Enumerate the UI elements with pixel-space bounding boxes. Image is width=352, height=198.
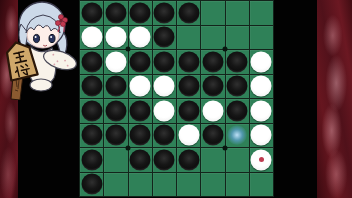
board-cell-g3[interactable]	[226, 50, 249, 74]
board-cell-f3[interactable]	[201, 50, 224, 74]
white-disc	[251, 76, 272, 97]
black-disc	[178, 100, 199, 121]
board-cell-a7[interactable]	[80, 148, 103, 172]
board-cell-g5[interactable]	[226, 99, 249, 123]
board-cell-h3[interactable]	[250, 50, 273, 74]
board-cell-d6[interactable]	[153, 124, 176, 148]
white-disc	[81, 27, 102, 48]
board-cell-e8[interactable]	[177, 173, 200, 197]
board-cell-h1[interactable]	[250, 1, 273, 25]
board-cell-a2[interactable]	[80, 26, 103, 50]
board-cell-f4[interactable]	[201, 75, 224, 99]
board-cell-f2[interactable]	[201, 26, 224, 50]
black-disc	[81, 76, 102, 97]
white-disc	[202, 100, 223, 121]
board-cell-b2[interactable]	[104, 26, 127, 50]
board-cell-g6[interactable]	[226, 124, 249, 148]
black-disc	[178, 2, 199, 23]
board-cell-c2[interactable]	[129, 26, 152, 50]
board-cell-e3[interactable]	[177, 50, 200, 74]
white-disc	[251, 100, 272, 121]
board-cell-d8[interactable]	[153, 173, 176, 197]
game-screen: 王将	[0, 0, 352, 198]
white-disc	[130, 27, 151, 48]
black-disc	[227, 76, 248, 97]
black-disc	[154, 51, 175, 72]
board-cell-a8[interactable]	[80, 173, 103, 197]
black-disc	[178, 51, 199, 72]
board-cell-d7[interactable]	[153, 148, 176, 172]
star-point	[125, 47, 130, 52]
black-disc	[130, 2, 151, 23]
last-move-marker	[259, 157, 264, 162]
board-cell-h5[interactable]	[250, 99, 273, 123]
board-cell-d4[interactable]	[153, 75, 176, 99]
board-cell-a1[interactable]	[80, 1, 103, 25]
board-cell-f7[interactable]	[201, 148, 224, 172]
black-disc	[81, 100, 102, 121]
board-cell-c8[interactable]	[129, 173, 152, 197]
board-cell-b8[interactable]	[104, 173, 127, 197]
black-disc	[154, 125, 175, 146]
board-cell-a3[interactable]	[80, 50, 103, 74]
star-point	[125, 145, 130, 150]
board-cell-b5[interactable]	[104, 99, 127, 123]
board-cell-e2[interactable]	[177, 26, 200, 50]
board-cell-c1[interactable]	[129, 1, 152, 25]
board-cell-b7[interactable]	[104, 148, 127, 172]
board-cell-e4[interactable]	[177, 75, 200, 99]
board-cell-b3[interactable]	[104, 50, 127, 74]
board-cell-a4[interactable]	[80, 75, 103, 99]
board-cell-c5[interactable]	[129, 99, 152, 123]
black-disc	[105, 2, 126, 23]
board-cell-d1[interactable]	[153, 1, 176, 25]
black-disc	[105, 125, 126, 146]
board-cell-g7[interactable]	[226, 148, 249, 172]
mascot-character	[0, 0, 80, 100]
white-disc	[154, 76, 175, 97]
board-cell-f6[interactable]	[201, 124, 224, 148]
black-disc	[81, 149, 102, 170]
black-disc	[105, 100, 126, 121]
board-cell-h8[interactable]	[250, 173, 273, 197]
board-cell-g4[interactable]	[226, 75, 249, 99]
star-point	[223, 145, 228, 150]
board-cell-a5[interactable]	[80, 99, 103, 123]
black-disc	[130, 149, 151, 170]
board-cell-f8[interactable]	[201, 173, 224, 197]
black-disc	[202, 51, 223, 72]
board-cell-g8[interactable]	[226, 173, 249, 197]
board-cell-b4[interactable]	[104, 75, 127, 99]
black-disc	[227, 51, 248, 72]
othello-board	[79, 0, 274, 197]
hint-glow	[227, 125, 247, 145]
white-disc	[178, 125, 199, 146]
black-disc	[154, 149, 175, 170]
black-disc	[130, 51, 151, 72]
left-eye-glint	[35, 36, 37, 38]
left-eye	[34, 34, 40, 42]
board-cell-h6[interactable]	[250, 124, 273, 148]
board-cell-c3[interactable]	[129, 50, 152, 74]
board-cell-f1[interactable]	[201, 1, 224, 25]
black-disc	[178, 149, 199, 170]
white-disc	[105, 27, 126, 48]
black-disc	[81, 174, 102, 195]
board-cell-a6[interactable]	[80, 124, 103, 148]
black-disc	[81, 2, 102, 23]
right-eye-glint	[50, 36, 52, 38]
star-point	[223, 47, 228, 52]
white-disc	[251, 51, 272, 72]
board-cell-d3[interactable]	[153, 50, 176, 74]
black-disc	[130, 125, 151, 146]
board-cell-d5[interactable]	[153, 99, 176, 123]
black-disc	[154, 27, 175, 48]
white-disc	[251, 149, 272, 170]
board-cell-d2[interactable]	[153, 26, 176, 50]
black-disc	[154, 2, 175, 23]
board-cell-g2[interactable]	[226, 26, 249, 50]
board-cell-b1[interactable]	[104, 1, 127, 25]
board-cell-g1[interactable]	[226, 1, 249, 25]
black-disc	[227, 100, 248, 121]
black-disc	[202, 125, 223, 146]
black-disc	[202, 76, 223, 97]
board-cell-c7[interactable]	[129, 148, 152, 172]
white-disc	[105, 51, 126, 72]
mascot-foot	[30, 79, 52, 91]
right-red-frame	[317, 0, 352, 198]
white-disc	[154, 100, 175, 121]
board-cell-e6[interactable]	[177, 124, 200, 148]
white-disc	[251, 125, 272, 146]
right-eye	[49, 34, 55, 42]
board-cell-h2[interactable]	[250, 26, 273, 50]
board-cell-c6[interactable]	[129, 124, 152, 148]
black-disc	[130, 100, 151, 121]
board-cell-h7[interactable]	[250, 148, 273, 172]
board-cell-f5[interactable]	[201, 99, 224, 123]
black-disc	[178, 76, 199, 97]
board-cell-b6[interactable]	[104, 124, 127, 148]
black-disc	[81, 125, 102, 146]
black-disc	[81, 51, 102, 72]
board-cell-e5[interactable]	[177, 99, 200, 123]
board-cell-e7[interactable]	[177, 148, 200, 172]
white-disc	[130, 76, 151, 97]
board-cell-h4[interactable]	[250, 75, 273, 99]
black-disc	[105, 76, 126, 97]
board-cell-e1[interactable]	[177, 1, 200, 25]
board-cell-c4[interactable]	[129, 75, 152, 99]
